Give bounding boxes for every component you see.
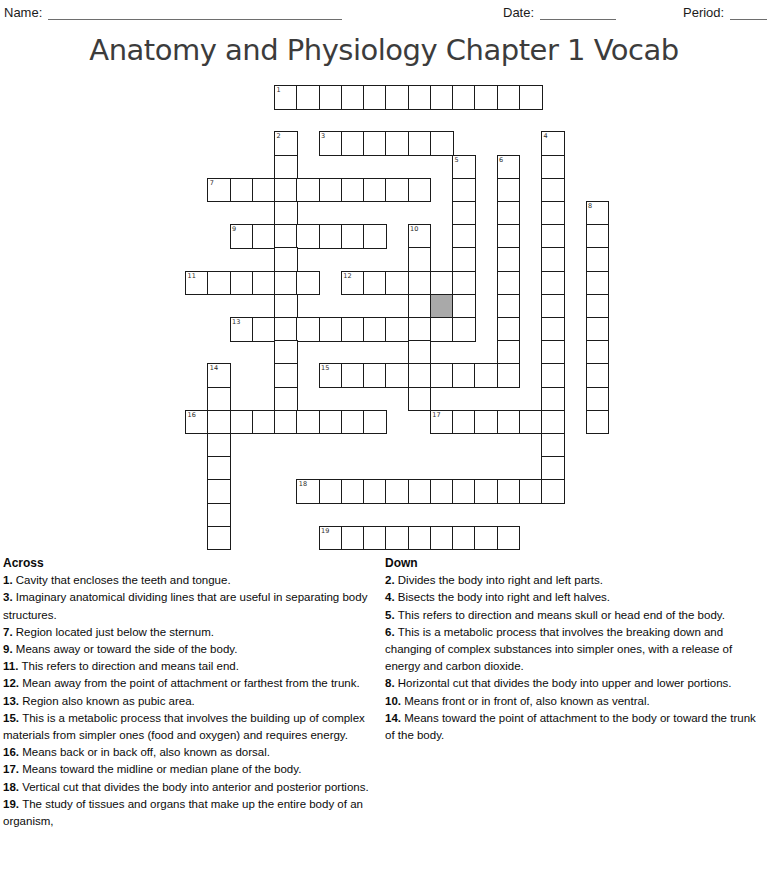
grid-cell-r8c5[interactable] [296,271,320,296]
grid-cell-r14c13[interactable] [474,410,498,435]
grid-cell-r12c7[interactable] [341,363,365,388]
grid-cell-r17c12[interactable] [452,479,476,504]
grid-cell-r5c18[interactable]: 8 [586,201,610,226]
grid-cell-r11c14[interactable] [497,340,521,365]
grid-cell-r5c16[interactable] [541,201,565,226]
grid-cell-r0c7[interactable] [341,85,365,110]
grid-cell-r6c6[interactable] [319,224,343,249]
grid-cell-r0c11[interactable] [430,85,454,110]
grid-cell-r19c13[interactable] [474,526,498,551]
grid-cell-r2c4[interactable]: 2 [274,131,298,156]
grid-cell-r17c11[interactable] [430,479,454,504]
grid-cell-r9c12[interactable] [452,294,476,319]
grid-cell-r7c12[interactable] [452,247,476,272]
grid-cell-r15c16[interactable] [541,433,565,458]
grid-cell-r13c18[interactable] [586,387,610,412]
clue-across-17: 17. Means toward the midline or median p… [3,761,381,778]
grid-cell-r5c12[interactable] [452,201,476,226]
grid-cell-r14c3[interactable] [252,410,276,435]
grid-cell-r19c10[interactable] [408,526,432,551]
grid-cell-r16c1[interactable] [207,456,231,481]
shaded-cell-r9c11[interactable] [430,294,454,319]
grid-cell-r7c4[interactable] [274,247,298,272]
clue-number: 3. [3,591,16,603]
clue-across-11: 11. This refers to direction and means t… [3,658,381,675]
cell-number-14: 14 [210,364,218,372]
cell-number-16: 16 [188,411,196,419]
grid-cell-r0c14[interactable] [497,85,521,110]
cell-number-13: 13 [232,318,240,326]
cell-number-9: 9 [232,225,236,233]
grid-cell-r3c12[interactable]: 5 [452,155,476,180]
grid-cell-r0c13[interactable] [474,85,498,110]
clue-number: 2. [385,574,398,586]
grid-cell-r13c16[interactable] [541,387,565,412]
clue-number: 18. [3,781,22,793]
grid-cell-r4c6[interactable] [319,178,343,203]
grid-cell-r19c11[interactable] [430,526,454,551]
grid-cell-r0c12[interactable] [452,85,476,110]
clue-number: 11. [3,660,22,672]
grid-cell-r10c10[interactable] [408,317,432,342]
grid-cell-r12c4[interactable] [274,363,298,388]
grid-cell-r6c2[interactable]: 9 [230,224,254,249]
grid-cell-r10c12[interactable] [452,317,476,342]
grid-cell-r17c7[interactable] [341,479,365,504]
clue-number: 5. [385,609,398,621]
grid-cell-r10c4[interactable] [274,317,298,342]
clue-across-13: 13. Region also known as pubic area. [3,693,381,710]
clue-across-3: 3. Imaginary anatomical dividing lines t… [3,589,381,623]
cell-number-11: 11 [188,272,196,280]
cell-number-8: 8 [588,202,592,210]
grid-cell-r8c3[interactable] [252,271,276,296]
grid-cell-r14c14[interactable] [497,410,521,435]
grid-cell-r4c16[interactable] [541,178,565,203]
grid-cell-r18c1[interactable] [207,503,231,528]
grid-cell-r14c1[interactable] [207,410,231,435]
grid-cell-r14c2[interactable] [230,410,254,435]
grid-cell-r2c8[interactable] [363,131,387,156]
grid-cell-r5c14[interactable] [497,201,521,226]
clue-number: 17. [3,763,22,775]
grid-cell-r12c8[interactable] [363,363,387,388]
grid-cell-r6c8[interactable] [363,224,387,249]
grid-cell-r0c6[interactable] [319,85,343,110]
grid-cell-r12c6[interactable]: 15 [319,363,343,388]
grid-cell-r2c7[interactable] [341,131,365,156]
cell-number-4: 4 [544,132,548,140]
grid-cell-r6c3[interactable] [252,224,276,249]
clue-across-15: 15. This is a metabolic process that inv… [3,710,381,744]
grid-cell-r4c9[interactable] [385,178,409,203]
grid-cell-r14c11[interactable]: 17 [430,410,454,435]
grid-cell-r12c13[interactable] [474,363,498,388]
grid-cell-r9c14[interactable] [497,294,521,319]
grid-cell-r8c1[interactable] [207,271,231,296]
grid-cell-r8c7[interactable]: 12 [341,271,365,296]
grid-cell-r12c10[interactable] [408,363,432,388]
grid-cell-r14c7[interactable] [341,410,365,435]
grid-cell-r12c12[interactable] [452,363,476,388]
clue-number: 19. [3,798,22,810]
grid-cell-r8c2[interactable] [230,271,254,296]
grid-cell-r2c10[interactable] [408,131,432,156]
grid-cell-r17c9[interactable] [385,479,409,504]
clue-number: 4. [385,591,398,603]
grid-cell-r8c18[interactable] [586,271,610,296]
grid-cell-r19c9[interactable] [385,526,409,551]
grid-cell-r2c6[interactable]: 3 [319,131,343,156]
grid-cell-r7c18[interactable] [586,247,610,272]
grid-cell-r19c12[interactable] [452,526,476,551]
grid-cell-r3c16[interactable] [541,155,565,180]
grid-cell-r10c18[interactable] [586,317,610,342]
grid-cell-r14c12[interactable] [452,410,476,435]
period-label: Period: [683,5,724,20]
grid-cell-r0c9[interactable] [385,85,409,110]
grid-cell-r9c4[interactable] [274,294,298,319]
clue-across-19: 19. The study of tissues and organs that… [3,796,381,830]
grid-cell-r11c4[interactable] [274,340,298,365]
date-label: Date: [503,5,534,20]
clue-across-16: 16. Means back or in back off, also know… [3,744,381,761]
grid-cell-r4c4[interactable] [274,178,298,203]
grid-cell-r4c3[interactable] [252,178,276,203]
grid-cell-r12c11[interactable] [430,363,454,388]
grid-cell-r0c5[interactable] [296,85,320,110]
grid-cell-r13c1[interactable] [207,387,231,412]
grid-cell-r10c9[interactable] [385,317,409,342]
clue-across-18: 18. Vertical cut that divides the body i… [3,779,381,796]
cell-number-17: 17 [432,411,440,419]
grid-cell-r17c15[interactable] [519,479,543,504]
grid-cell-r4c10[interactable] [408,178,432,203]
clue-down-4: 4. Bisects the body into right and left … [385,589,766,606]
name-blank-line [48,6,342,20]
clue-number: 15. [3,712,22,724]
cell-number-10: 10 [410,225,418,233]
clue-number: 13. [3,695,22,707]
grid-cell-r14c8[interactable] [363,410,387,435]
grid-cell-r10c6[interactable] [319,317,343,342]
grid-cell-r8c8[interactable] [363,271,387,296]
grid-cell-r8c10[interactable] [408,271,432,296]
clue-across-1: 1. Cavity that encloses the teeth and to… [3,572,381,589]
grid-cell-r11c18[interactable] [586,340,610,365]
down-clue-list: Down 2. Divides the body into right and … [385,555,766,744]
grid-cell-r14c16[interactable] [541,410,565,435]
cell-number-15: 15 [321,364,329,372]
grid-cell-r14c4[interactable] [274,410,298,435]
grid-cell-r8c12[interactable] [452,271,476,296]
grid-cell-r14c5[interactable] [296,410,320,435]
grid-cell-r9c10[interactable] [408,294,432,319]
grid-cell-r4c14[interactable] [497,178,521,203]
grid-cell-r14c15[interactable] [519,410,543,435]
clue-number: 7. [3,626,16,638]
grid-cell-r10c2[interactable]: 13 [230,317,254,342]
cell-number-18: 18 [299,480,307,488]
grid-cell-r3c14[interactable]: 6 [497,155,521,180]
grid-cell-r4c1[interactable]: 7 [207,178,231,203]
grid-cell-r0c8[interactable] [363,85,387,110]
grid-cell-r19c6[interactable]: 19 [319,526,343,551]
grid-cell-r10c8[interactable] [363,317,387,342]
cell-number-3: 3 [321,132,325,140]
grid-cell-r19c8[interactable] [363,526,387,551]
grid-cell-r12c9[interactable] [385,363,409,388]
grid-cell-r0c15[interactable] [519,85,543,110]
grid-cell-r17c10[interactable] [408,479,432,504]
grid-cell-r2c9[interactable] [385,131,409,156]
grid-cell-r2c11[interactable] [430,131,454,156]
grid-cell-r10c5[interactable] [296,317,320,342]
grid-cell-r13c4[interactable] [274,387,298,412]
clue-across-12: 12. Mean away from the point of attachme… [3,675,381,692]
grid-cell-r5c4[interactable] [274,201,298,226]
clue-down-2: 2. Divides the body into right and left … [385,572,766,589]
grid-cell-r12c18[interactable] [586,363,610,388]
grid-cell-r7c10[interactable] [408,247,432,272]
clue-down-6: 6. This is a metabolic process that invo… [385,624,766,676]
down-heading: Down [385,555,766,572]
cell-number-2: 2 [277,132,281,140]
clue-down-10: 10. Means front or in front of, also kno… [385,693,766,710]
clue-across-9: 9. Means away or toward the side of the … [3,641,381,658]
page-title: Anatomy and Physiology Chapter 1 Vocab [0,33,768,67]
clue-number: 1. [3,574,16,586]
grid-cell-r14c6[interactable] [319,410,343,435]
grid-cell-r8c0[interactable]: 11 [185,271,209,296]
grid-cell-r12c1[interactable]: 14 [207,363,231,388]
grid-cell-r14c0[interactable]: 16 [185,410,209,435]
grid-cell-r8c11[interactable] [430,271,454,296]
grid-cell-r8c4[interactable] [274,271,298,296]
across-clue-list: Across 1. Cavity that encloses the teeth… [3,555,381,830]
cell-number-1: 1 [277,86,281,94]
grid-cell-r6c5[interactable] [296,224,320,249]
date-field: Date: [503,5,616,20]
grid-cell-r7c14[interactable] [497,247,521,272]
clue-number: 12. [3,677,22,689]
cell-number-19: 19 [321,527,329,535]
clue-number: 9. [3,643,16,655]
grid-cell-r10c16[interactable] [541,317,565,342]
clue-number: 10. [385,695,404,707]
grid-cell-r6c16[interactable] [541,224,565,249]
grid-cell-r8c16[interactable] [541,271,565,296]
grid-cell-r8c9[interactable] [385,271,409,296]
grid-cell-r16c16[interactable] [541,456,565,481]
grid-cell-r6c12[interactable] [452,224,476,249]
cell-number-5: 5 [455,156,459,164]
across-heading: Across [3,555,381,572]
grid-cell-r17c5[interactable]: 18 [296,479,320,504]
grid-cell-r3c4[interactable] [274,155,298,180]
grid-cell-r4c2[interactable] [230,178,254,203]
cell-number-6: 6 [499,156,503,164]
cell-number-12: 12 [343,272,351,280]
grid-cell-r6c10[interactable]: 10 [408,224,432,249]
grid-cell-r17c14[interactable] [497,479,521,504]
grid-cell-r19c14[interactable] [497,526,521,551]
grid-cell-r17c1[interactable] [207,479,231,504]
grid-cell-r6c4[interactable] [274,224,298,249]
grid-cell-r10c3[interactable] [252,317,276,342]
grid-cell-r10c7[interactable] [341,317,365,342]
grid-cell-r4c5[interactable] [296,178,320,203]
clue-number: 8. [385,677,398,689]
clue-number: 14. [385,712,404,724]
clue-number: 16. [3,746,22,758]
period-blank-line [730,6,767,20]
grid-cell-r11c10[interactable] [408,340,432,365]
grid-cell-r9c16[interactable] [541,294,565,319]
grid-cell-r8c14[interactable] [497,271,521,296]
period-field: Period: [683,5,767,20]
grid-cell-r6c7[interactable] [341,224,365,249]
grid-cell-r12c14[interactable] [497,363,521,388]
grid-cell-r17c6[interactable] [319,479,343,504]
grid-cell-r10c11[interactable] [430,317,454,342]
grid-cell-r9c18[interactable] [586,294,610,319]
grid-cell-r19c7[interactable] [341,526,365,551]
clue-number: 6. [385,626,398,638]
grid-cell-r7c16[interactable] [541,247,565,272]
grid-cell-r6c18[interactable] [586,224,610,249]
name-label: Name: [4,5,42,20]
clue-down-5: 5. This refers to direction and means sk… [385,607,766,624]
grid-cell-r17c13[interactable] [474,479,498,504]
grid-cell-r6c14[interactable] [497,224,521,249]
grid-cell-r12c16[interactable] [541,363,565,388]
grid-cell-r4c12[interactable] [452,178,476,203]
grid-cell-r0c4[interactable]: 1 [274,85,298,110]
grid-cell-r14c18[interactable] [586,410,610,435]
clue-down-8: 8. Horizontal cut that divides the body … [385,675,766,692]
grid-cell-r13c10[interactable] [408,387,432,412]
grid-cell-r19c1[interactable] [207,526,231,551]
grid-cell-r17c8[interactable] [363,479,387,504]
clue-across-7: 7. Region located just below the sternum… [3,624,381,641]
grid-cell-r2c16[interactable]: 4 [541,131,565,156]
grid-cell-r4c8[interactable] [363,178,387,203]
grid-cell-r4c7[interactable] [341,178,365,203]
crossword-grid: 12345678910111213141516171819 [185,85,610,551]
grid-cell-r15c1[interactable] [207,433,231,458]
date-blank-line [540,6,616,20]
cell-number-7: 7 [210,179,214,187]
clue-down-14: 14. Means toward the point of attachment… [385,710,766,744]
grid-cell-r10c14[interactable] [497,317,521,342]
grid-cell-r0c10[interactable] [408,85,432,110]
grid-cell-r17c16[interactable] [541,479,565,504]
grid-cell-r11c16[interactable] [541,340,565,365]
name-field: Name: [4,5,342,20]
